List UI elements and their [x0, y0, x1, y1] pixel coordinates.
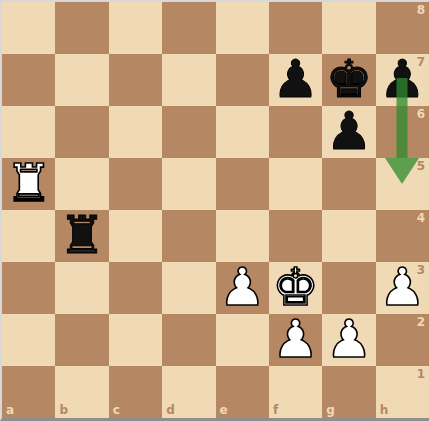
piece-white-pawn[interactable]: ♟ [326, 313, 373, 365]
square-e2[interactable] [216, 314, 269, 366]
square-h4[interactable]: 4 [376, 210, 429, 262]
square-c4[interactable] [109, 210, 162, 262]
square-b1[interactable]: b [55, 366, 108, 418]
square-b7[interactable] [55, 54, 108, 106]
square-h2[interactable]: 2 [376, 314, 429, 366]
square-f7[interactable]: ♟ [269, 54, 322, 106]
square-b2[interactable] [55, 314, 108, 366]
square-c5[interactable] [109, 158, 162, 210]
square-a3[interactable] [2, 262, 55, 314]
square-b8[interactable] [55, 2, 108, 54]
rank-label-7: 7 [417, 56, 425, 68]
file-label-d: d [166, 404, 175, 416]
file-label-h: h [380, 404, 389, 416]
rank-label-1: 1 [417, 368, 425, 380]
square-a1[interactable]: a [2, 366, 55, 418]
square-c1[interactable]: c [109, 366, 162, 418]
square-h6[interactable]: 6 [376, 106, 429, 158]
square-f5[interactable] [269, 158, 322, 210]
square-c6[interactable] [109, 106, 162, 158]
piece-black-pawn[interactable]: ♟ [326, 105, 373, 157]
square-d8[interactable] [162, 2, 215, 54]
square-d3[interactable] [162, 262, 215, 314]
square-f6[interactable] [269, 106, 322, 158]
file-label-e: e [220, 404, 228, 416]
square-a4[interactable] [2, 210, 55, 262]
square-f8[interactable] [269, 2, 322, 54]
square-h5[interactable]: 5 [376, 158, 429, 210]
rank-label-8: 8 [417, 4, 425, 16]
square-h8[interactable]: 8 [376, 2, 429, 54]
square-d4[interactable] [162, 210, 215, 262]
rank-label-6: 6 [417, 108, 425, 120]
chess-board-wrapper: 8♟♚♟7♟6♜5♜4♟♚♟3♟♟2abcdefgh1 [0, 0, 429, 421]
square-d7[interactable] [162, 54, 215, 106]
square-g5[interactable] [322, 158, 375, 210]
square-g2[interactable]: ♟ [322, 314, 375, 366]
file-label-g: g [326, 404, 335, 416]
square-d6[interactable] [162, 106, 215, 158]
rank-label-2: 2 [417, 316, 425, 328]
piece-black-rook[interactable]: ♜ [59, 209, 106, 261]
square-a5[interactable]: ♜ [2, 158, 55, 210]
square-e8[interactable] [216, 2, 269, 54]
rank-label-4: 4 [417, 212, 425, 224]
square-a7[interactable] [2, 54, 55, 106]
square-h1[interactable]: h1 [376, 366, 429, 418]
piece-white-pawn[interactable]: ♟ [272, 313, 319, 365]
square-b4[interactable]: ♜ [55, 210, 108, 262]
square-e7[interactable] [216, 54, 269, 106]
square-c8[interactable] [109, 2, 162, 54]
piece-black-king[interactable]: ♚ [326, 53, 373, 105]
square-g6[interactable]: ♟ [322, 106, 375, 158]
square-d2[interactable] [162, 314, 215, 366]
square-d5[interactable] [162, 158, 215, 210]
square-e4[interactable] [216, 210, 269, 262]
square-g1[interactable]: g [322, 366, 375, 418]
square-f2[interactable]: ♟ [269, 314, 322, 366]
square-b6[interactable] [55, 106, 108, 158]
file-label-b: b [59, 404, 68, 416]
file-label-a: a [6, 404, 14, 416]
square-c3[interactable] [109, 262, 162, 314]
square-e1[interactable]: e [216, 366, 269, 418]
file-label-c: c [113, 404, 120, 416]
square-e5[interactable] [216, 158, 269, 210]
square-b3[interactable] [55, 262, 108, 314]
rank-label-5: 5 [417, 160, 425, 172]
square-a6[interactable] [2, 106, 55, 158]
square-f3[interactable]: ♚ [269, 262, 322, 314]
square-b5[interactable] [55, 158, 108, 210]
square-c2[interactable] [109, 314, 162, 366]
chess-board: 8♟♚♟7♟6♜5♜4♟♚♟3♟♟2abcdefgh1 [0, 0, 429, 421]
square-e3[interactable]: ♟ [216, 262, 269, 314]
rank-label-3: 3 [417, 264, 425, 276]
square-e6[interactable] [216, 106, 269, 158]
file-label-f: f [273, 404, 278, 416]
piece-black-pawn[interactable]: ♟ [272, 53, 319, 105]
square-h7[interactable]: ♟7 [376, 54, 429, 106]
square-f4[interactable] [269, 210, 322, 262]
piece-white-rook[interactable]: ♜ [5, 157, 52, 209]
square-f1[interactable]: f [269, 366, 322, 418]
square-g3[interactable] [322, 262, 375, 314]
square-h3[interactable]: ♟3 [376, 262, 429, 314]
piece-white-king[interactable]: ♚ [272, 261, 319, 313]
square-a8[interactable] [2, 2, 55, 54]
square-g4[interactable] [322, 210, 375, 262]
piece-white-pawn[interactable]: ♟ [219, 261, 266, 313]
square-d1[interactable]: d [162, 366, 215, 418]
square-c7[interactable] [109, 54, 162, 106]
square-a2[interactable] [2, 314, 55, 366]
square-g8[interactable] [322, 2, 375, 54]
square-g7[interactable]: ♚ [322, 54, 375, 106]
